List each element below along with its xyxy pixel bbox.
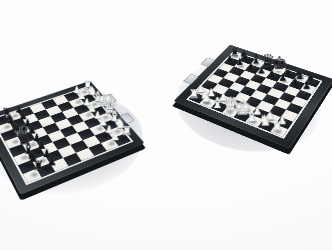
- square-e7[interactable]: ♟: [266, 72, 282, 82]
- square-d1[interactable]: ♛: [95, 113, 112, 124]
- square-h6[interactable]: [18, 107, 34, 118]
- square-d6[interactable]: [250, 74, 266, 84]
- square-h3[interactable]: [53, 95, 69, 105]
- square-h1[interactable]: ♜: [75, 88, 91, 98]
- black-pawn[interactable]: ♟: [234, 58, 246, 68]
- square-g1[interactable]: ♞: [80, 94, 96, 104]
- black-queen[interactable]: ♛: [260, 53, 272, 70]
- white-rook[interactable]: ♜: [120, 125, 133, 138]
- square-c8[interactable]: ♝: [250, 59, 265, 68]
- studio-background: ♜♞♝♛♚♝♞♜♟♟♟♟♟♟♟♟♟♟♟♟♟♟♟♟♜♞♝♛♚♝♞♜ ♜♞♝♛♚♝♞…: [0, 0, 332, 250]
- square-c4[interactable]: [228, 82, 244, 92]
- square-c6[interactable]: [239, 70, 255, 80]
- black-pawn[interactable]: ♟: [44, 157, 58, 168]
- white-rook[interactable]: ♜: [270, 120, 284, 134]
- square-h4[interactable]: [41, 99, 57, 109]
- white-pawn[interactable]: ♟: [91, 111, 104, 121]
- black-pawn[interactable]: ♟: [266, 69, 278, 79]
- square-a6[interactable]: [219, 63, 235, 72]
- square-f4[interactable]: [50, 112, 67, 123]
- chess-board-right: ♜♞♝♛♚♝♞♜♟♟♟♟♟♟♟♟♟♟♟♟♟♟♟♟♜♞♝♛♚♝♞♜: [173, 45, 332, 149]
- white-pawn[interactable]: ♟: [80, 98, 92, 108]
- black-bishop[interactable]: ♝: [282, 63, 294, 77]
- square-h2[interactable]: ♟: [64, 92, 80, 102]
- white-pawn[interactable]: ♟: [71, 86, 83, 95]
- square-b5[interactable]: [223, 72, 239, 82]
- white-rook[interactable]: ♜: [81, 80, 93, 91]
- square-g2[interactable]: ♟: [69, 98, 85, 108]
- square-e1[interactable]: ♚: [90, 106, 107, 117]
- square-b7[interactable]: ♟: [234, 61, 249, 70]
- square-b4[interactable]: [218, 78, 234, 88]
- square-f5[interactable]: [38, 116, 55, 127]
- white-pawn[interactable]: ♟: [108, 132, 121, 142]
- chess-board-left: ♜♞♝♛♚♝♞♜♟♟♟♟♟♟♟♟♟♟♟♟♟♟♟♟♜♞♝♛♚♝♞♜: [0, 81, 145, 195]
- square-d8[interactable]: ♛: [260, 62, 275, 71]
- black-pawn[interactable]: ♟: [300, 81, 312, 91]
- square-f3[interactable]: [62, 108, 79, 119]
- square-d5[interactable]: [245, 80, 261, 90]
- black-rook[interactable]: ♜: [31, 160, 45, 174]
- square-e4[interactable]: [55, 119, 72, 130]
- black-king[interactable]: ♚: [271, 55, 283, 73]
- square-f8[interactable]: ♝: [282, 70, 298, 80]
- black-rook[interactable]: ♜: [229, 47, 240, 58]
- square-e3[interactable]: [67, 114, 84, 125]
- square-b6[interactable]: [229, 66, 245, 76]
- square-h5[interactable]: [30, 103, 46, 114]
- black-pawn[interactable]: ♟: [12, 105, 25, 115]
- square-f7[interactable]: ♟: [277, 76, 293, 86]
- latch-tab: [200, 57, 215, 67]
- square-b8[interactable]: ♞: [239, 55, 254, 64]
- square-c5[interactable]: [234, 76, 250, 86]
- square-g4[interactable]: [46, 105, 62, 116]
- square-f2[interactable]: ♟: [74, 104, 90, 115]
- white-knight[interactable]: ♞: [258, 114, 271, 129]
- white-pawn[interactable]: ♟: [75, 92, 87, 101]
- white-pawn[interactable]: ♟: [86, 104, 98, 114]
- square-e2[interactable]: ♟: [79, 110, 96, 121]
- white-king[interactable]: ♚: [97, 92, 109, 110]
- black-pawn[interactable]: ♟: [245, 62, 257, 72]
- white-bishop[interactable]: ♝: [245, 108, 258, 124]
- square-c7[interactable]: ♟: [245, 64, 261, 73]
- chess-scene: ♜♞♝♛♚♝♞♜♟♟♟♟♟♟♟♟♟♟♟♟♟♟♟♟♜♞♝♛♚♝♞♜ ♜♞♝♛♚♝♞…: [0, 0, 332, 250]
- black-knight[interactable]: ♞: [293, 68, 305, 81]
- black-pawn[interactable]: ♟: [289, 77, 301, 87]
- square-a7[interactable]: ♟: [224, 57, 239, 66]
- black-pawn[interactable]: ♟: [277, 73, 289, 83]
- square-d2[interactable]: ♟: [84, 117, 101, 128]
- square-g5[interactable]: [34, 109, 50, 120]
- square-a8[interactable]: ♜: [229, 52, 244, 61]
- square-a4[interactable]: [207, 74, 223, 84]
- black-pawn[interactable]: ♟: [224, 55, 235, 64]
- square-e6[interactable]: [261, 78, 277, 88]
- square-d7[interactable]: ♟: [255, 68, 271, 78]
- square-f1[interactable]: ♝: [85, 100, 101, 110]
- square-a5[interactable]: [213, 68, 229, 78]
- latch-tab: [102, 93, 117, 104]
- black-knight[interactable]: ♞: [239, 49, 250, 62]
- white-knight[interactable]: ♞: [86, 85, 98, 98]
- black-pawn[interactable]: ♟: [255, 66, 267, 76]
- square-g3[interactable]: [57, 101, 73, 111]
- black-bishop[interactable]: ♝: [250, 52, 262, 65]
- square-e8[interactable]: ♚: [271, 66, 287, 76]
- white-bishop[interactable]: ♝: [92, 90, 104, 103]
